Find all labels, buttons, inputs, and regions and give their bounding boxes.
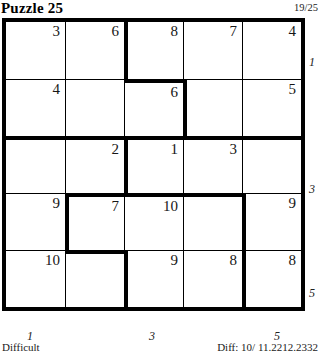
clue-number: 9 (289, 196, 297, 211)
difficulty-stat: Diff: 10/ 11.2212.2332 (217, 341, 318, 353)
cell-r1c4[interactable]: 7 (183, 22, 242, 79)
cell-r5c5[interactable]: 8 (242, 250, 301, 307)
cell-r3c3[interactable]: 1 (124, 136, 183, 193)
cell-r4c3[interactable]: 10 (124, 193, 183, 250)
cell-r1c2[interactable]: 6 (65, 22, 124, 79)
cell-r3c5[interactable] (242, 136, 301, 193)
cell-r4c5[interactable]: 9 (242, 193, 301, 250)
cell-r4c4[interactable] (183, 193, 242, 250)
cell-r1c1[interactable]: 3 (6, 22, 65, 79)
clue-number: 6 (171, 85, 179, 100)
cell-r1c3[interactable]: 8 (124, 22, 183, 79)
row-label-1: 1 (309, 55, 315, 70)
given-count-badge: 19/25 (294, 2, 318, 13)
cell-r4c1[interactable]: 9 (6, 193, 65, 250)
clue-number: 1 (171, 142, 179, 157)
clue-number: 3 (53, 24, 61, 39)
cell-r2c4[interactable] (183, 79, 242, 136)
puzzle-page: Puzzle 25 19/25 368744652139710910988 1 … (0, 0, 321, 354)
clue-number: 4 (53, 82, 61, 97)
clue-number: 7 (112, 199, 120, 214)
cell-r3c4[interactable]: 3 (183, 136, 242, 193)
cell-r2c3[interactable]: 6 (124, 79, 183, 136)
clue-number: 10 (163, 199, 178, 214)
cell-r5c1[interactable]: 10 (6, 250, 65, 307)
clue-number: 7 (230, 24, 238, 39)
clue-number: 2 (112, 142, 120, 157)
difficulty-rating: Difficult (2, 341, 40, 353)
clue-number: 9 (53, 196, 61, 211)
clue-number: 3 (230, 142, 238, 157)
clue-number: 10 (45, 253, 60, 268)
cell-r3c1[interactable] (6, 136, 65, 193)
clue-number: 8 (289, 253, 297, 268)
cell-r5c4[interactable]: 8 (183, 250, 242, 307)
clue-number: 4 (289, 24, 297, 39)
row-label-5: 5 (309, 286, 315, 301)
cell-r3c2[interactable]: 2 (65, 136, 124, 193)
cell-r4c2[interactable]: 7 (65, 193, 124, 250)
cell-r2c5[interactable]: 5 (242, 79, 301, 136)
clue-number: 6 (112, 24, 120, 39)
cell-r1c5[interactable]: 4 (242, 22, 301, 79)
cell-r2c1[interactable]: 4 (6, 79, 65, 136)
clue-number: 5 (289, 82, 297, 97)
clue-number: 9 (171, 253, 179, 268)
cell-r5c2[interactable] (65, 250, 124, 307)
col-label-3: 3 (149, 329, 155, 344)
clue-number: 8 (171, 24, 179, 39)
row-label-3: 3 (309, 182, 315, 197)
cell-r5c3[interactable]: 9 (124, 250, 183, 307)
clue-number: 8 (230, 253, 238, 268)
page-title: Puzzle 25 (1, 0, 63, 17)
cell-r2c2[interactable] (65, 79, 124, 136)
puzzle-grid: 368744652139710910988 (2, 18, 305, 311)
